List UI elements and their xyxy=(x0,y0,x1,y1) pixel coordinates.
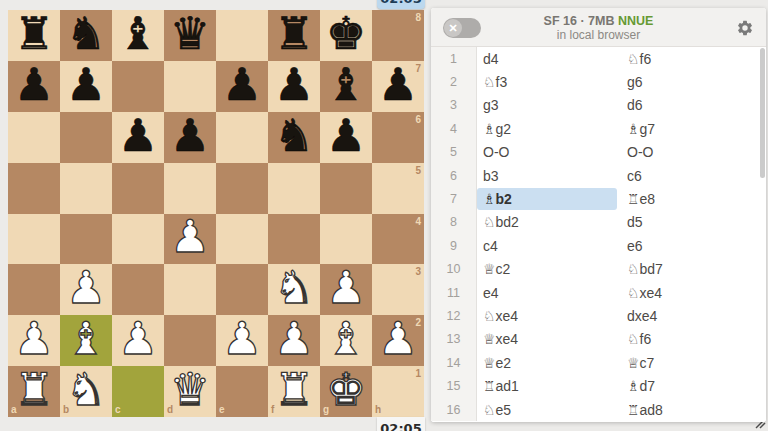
square-f4[interactable] xyxy=(268,214,320,265)
move-white-8[interactable]: ♘bd2 xyxy=(477,211,617,234)
black-pawn: ♟ xyxy=(222,62,262,107)
square-c1[interactable]: c xyxy=(112,366,164,417)
clock-white: 02:05 xyxy=(377,417,425,431)
move-black-13[interactable]: ♘f6 xyxy=(617,328,766,351)
white-pawn: ♟ xyxy=(326,265,366,310)
black-rook: ♜ xyxy=(274,11,314,56)
move-number: 9 xyxy=(431,234,477,257)
square-c3[interactable] xyxy=(112,264,164,315)
square-e3[interactable] xyxy=(216,264,268,315)
move-white-3[interactable]: g3 xyxy=(477,94,617,117)
move-row-8: 8♘bd2d5 xyxy=(431,211,766,234)
move-black-6[interactable]: c6 xyxy=(617,164,766,187)
file-label-e: e xyxy=(219,405,225,415)
rank-label-7: 7 xyxy=(415,64,421,74)
file-label-d: d xyxy=(167,405,173,415)
square-a1[interactable]: ♜a xyxy=(8,366,60,417)
move-black-2[interactable]: g6 xyxy=(617,70,766,93)
black-pawn: ♟ xyxy=(326,113,366,158)
white-pawn: ♟ xyxy=(170,214,210,259)
rank-label-5: 5 xyxy=(415,166,421,176)
move-black-8[interactable]: d5 xyxy=(617,211,766,234)
white-rook: ♜ xyxy=(14,367,54,412)
black-pawn: ♟ xyxy=(14,62,54,107)
square-g1[interactable]: ♚g xyxy=(320,366,372,417)
square-a2[interactable]: ♟ xyxy=(8,315,60,366)
move-row-1: 1d4♘f6 xyxy=(431,47,766,70)
black-knight: ♞ xyxy=(66,11,106,56)
file-label-b: b xyxy=(63,405,69,415)
move-number: 15 xyxy=(431,374,477,397)
square-b1[interactable]: ♞b xyxy=(60,366,112,417)
move-number: 5 xyxy=(431,141,477,164)
white-knight: ♞ xyxy=(66,367,106,412)
file-label-a: a xyxy=(11,405,17,415)
move-row-3: 3g3d6 xyxy=(431,94,766,117)
move-white-15[interactable]: ♖ad1 xyxy=(477,374,617,397)
square-d2[interactable] xyxy=(164,315,216,366)
move-number: 7 xyxy=(431,187,477,210)
analysis-panel: ✕ SF 16 · 7MB NNUE in local browser 1d4♘… xyxy=(431,8,766,422)
black-pawn: ♟ xyxy=(118,113,158,158)
move-white-10[interactable]: ♕c2 xyxy=(477,258,617,281)
settings-gear-icon[interactable] xyxy=(736,19,754,37)
square-c8[interactable]: ♝ xyxy=(112,10,164,61)
square-g6[interactable]: ♟ xyxy=(320,112,372,163)
white-pawn: ♟ xyxy=(274,316,314,361)
move-row-11: 11e4♘xe4 xyxy=(431,281,766,304)
square-d3[interactable] xyxy=(164,264,216,315)
move-number: 14 xyxy=(431,351,477,374)
square-c5[interactable] xyxy=(112,163,164,214)
square-f6[interactable]: ♞ xyxy=(268,112,320,163)
move-row-7: 7♗b2♖e8 xyxy=(431,187,766,210)
square-e6[interactable] xyxy=(216,112,268,163)
move-number: 11 xyxy=(431,281,477,304)
square-b4[interactable] xyxy=(60,214,112,265)
move-black-14[interactable]: ♕c7 xyxy=(617,351,766,374)
black-pawn: ♟ xyxy=(170,113,210,158)
square-g3[interactable]: ♟ xyxy=(320,264,372,315)
square-d8[interactable]: ♛ xyxy=(164,10,216,61)
move-white-12[interactable]: ♘xe4 xyxy=(477,304,617,327)
move-black-12[interactable]: dxe4 xyxy=(617,304,766,327)
nnue-badge: NNUE xyxy=(618,14,653,28)
file-label-c: c xyxy=(115,405,121,415)
move-white-16[interactable]: ♘e5 xyxy=(477,398,617,421)
white-knight: ♞ xyxy=(274,265,314,310)
square-c2[interactable]: ♟ xyxy=(112,315,164,366)
square-d6[interactable]: ♟ xyxy=(164,112,216,163)
move-number: 6 xyxy=(431,164,477,187)
square-e8[interactable] xyxy=(216,10,268,61)
move-number: 3 xyxy=(431,94,477,117)
move-number: 10 xyxy=(431,258,477,281)
move-row-12: 12♘xe4dxe4 xyxy=(431,304,766,327)
move-white-6[interactable]: b3 xyxy=(477,164,617,187)
rank-label-3: 3 xyxy=(415,267,421,277)
move-black-16[interactable]: ♖ad8 xyxy=(617,398,766,421)
file-label-h: h xyxy=(375,405,381,415)
square-c6[interactable]: ♟ xyxy=(112,112,164,163)
square-h8[interactable]: 8 xyxy=(372,10,424,61)
move-number: 8 xyxy=(431,211,477,234)
square-h6[interactable]: 6 xyxy=(372,112,424,163)
engine-header: ✕ SF 16 · 7MB NNUE in local browser xyxy=(431,8,766,47)
square-g7[interactable]: ♝ xyxy=(320,61,372,112)
move-row-6: 6b3c6 xyxy=(431,164,766,187)
square-c4[interactable] xyxy=(112,214,164,265)
black-bishop: ♝ xyxy=(326,62,366,107)
black-pawn: ♟ xyxy=(274,62,314,107)
white-bishop: ♝ xyxy=(326,316,366,361)
rank-label-1: 1 xyxy=(415,369,421,379)
move-black-1[interactable]: ♘f6 xyxy=(617,47,766,70)
close-icon: ✕ xyxy=(444,19,462,37)
move-black-11[interactable]: ♘xe4 xyxy=(617,281,766,304)
engine-toggle[interactable]: ✕ xyxy=(443,18,481,38)
move-black-5[interactable]: O-O xyxy=(617,141,766,164)
move-number: 2 xyxy=(431,70,477,93)
engine-location: in local browser xyxy=(431,28,766,42)
move-black-7[interactable]: ♖e8 xyxy=(617,187,766,210)
black-bishop: ♝ xyxy=(118,11,158,56)
rank-label-4: 4 xyxy=(415,217,421,227)
move-list: 1d4♘f62♘f3g63g3d64♗g2♗g75O-OO-O6b3c67♗b2… xyxy=(431,47,766,422)
move-number: 4 xyxy=(431,117,477,140)
move-white-7[interactable]: ♗b2 xyxy=(477,188,617,209)
square-d5[interactable] xyxy=(164,163,216,214)
square-g4[interactable] xyxy=(320,214,372,265)
move-white-9[interactable]: c4 xyxy=(477,234,617,257)
square-b7[interactable]: ♟ xyxy=(60,61,112,112)
move-row-2: 2♘f3g6 xyxy=(431,70,766,93)
square-d1[interactable]: ♛d xyxy=(164,366,216,417)
move-row-4: 4♗g2♗g7 xyxy=(431,117,766,140)
black-pawn: ♟ xyxy=(378,62,418,107)
move-row-5: 5O-OO-O xyxy=(431,141,766,164)
move-white-2[interactable]: ♘f3 xyxy=(477,70,617,93)
move-black-4[interactable]: ♗g7 xyxy=(617,117,766,140)
black-knight: ♞ xyxy=(274,113,314,158)
square-b6[interactable] xyxy=(60,112,112,163)
square-a7[interactable]: ♟ xyxy=(8,61,60,112)
square-f5[interactable] xyxy=(268,163,320,214)
rank-label-8: 8 xyxy=(415,13,421,23)
white-king: ♚ xyxy=(326,367,366,412)
move-white-11[interactable]: e4 xyxy=(477,281,617,304)
black-pawn: ♟ xyxy=(66,62,106,107)
white-pawn: ♟ xyxy=(378,316,418,361)
file-label-g: g xyxy=(323,405,329,415)
move-row-16: 16♘e5♖ad8 xyxy=(431,398,766,421)
file-label-f: f xyxy=(271,405,274,415)
square-d4[interactable]: ♟ xyxy=(164,214,216,265)
white-pawn: ♟ xyxy=(14,316,54,361)
square-e4[interactable] xyxy=(216,214,268,265)
black-king: ♚ xyxy=(326,11,366,56)
square-f1[interactable]: ♜f xyxy=(268,366,320,417)
chess-board: ♜♞♝♛♜♚8♟♟♟♟♝♟7♟♟♞♟65♟4♟♞♟3♟♝♟♟♟♝♟2♜a♞bc♛… xyxy=(8,10,424,417)
square-g8[interactable]: ♚ xyxy=(320,10,372,61)
white-pawn: ♟ xyxy=(66,265,106,310)
move-number: 16 xyxy=(431,398,477,421)
square-e2[interactable]: ♟ xyxy=(216,315,268,366)
square-h7[interactable]: ♟7 xyxy=(372,61,424,112)
square-h1[interactable]: h1 xyxy=(372,366,424,417)
square-h5[interactable]: 5 xyxy=(372,163,424,214)
square-a4[interactable] xyxy=(8,214,60,265)
square-a3[interactable] xyxy=(8,264,60,315)
black-rook: ♜ xyxy=(14,11,54,56)
move-white-4[interactable]: ♗g2 xyxy=(477,117,617,140)
white-pawn: ♟ xyxy=(222,316,262,361)
square-c7[interactable] xyxy=(112,61,164,112)
square-h3[interactable]: 3 xyxy=(372,264,424,315)
move-number: 12 xyxy=(431,304,477,327)
move-black-10[interactable]: ♘bd7 xyxy=(617,258,766,281)
move-black-9[interactable]: e6 xyxy=(617,234,766,257)
square-b8[interactable]: ♞ xyxy=(60,10,112,61)
square-a8[interactable]: ♜ xyxy=(8,10,60,61)
move-number: 13 xyxy=(431,328,477,351)
square-b2[interactable]: ♝ xyxy=(60,315,112,366)
square-g5[interactable] xyxy=(320,163,372,214)
scrollbar-thumb[interactable] xyxy=(760,48,765,178)
move-row-9: 9c4e6 xyxy=(431,234,766,257)
square-a5[interactable] xyxy=(8,163,60,214)
white-pawn: ♟ xyxy=(118,316,158,361)
move-white-5[interactable]: O-O xyxy=(477,141,617,164)
move-row-14: 14♕e2♕c7 xyxy=(431,351,766,374)
move-row-10: 10♕c2♘bd7 xyxy=(431,258,766,281)
clock-black: 02:05 xyxy=(377,0,425,9)
square-d7[interactable] xyxy=(164,61,216,112)
square-e7[interactable]: ♟ xyxy=(216,61,268,112)
rank-label-2: 2 xyxy=(415,318,421,328)
rank-label-6: 6 xyxy=(415,115,421,125)
move-row-13: 13♕xe4♘f6 xyxy=(431,328,766,351)
move-white-13[interactable]: ♕xe4 xyxy=(477,328,617,351)
move-white-1[interactable]: d4 xyxy=(477,47,617,70)
move-black-3[interactable]: d6 xyxy=(617,94,766,117)
move-black-15[interactable]: ♗d7 xyxy=(617,374,766,397)
square-f7[interactable]: ♟ xyxy=(268,61,320,112)
square-e5[interactable] xyxy=(216,163,268,214)
square-h2[interactable]: ♟2 xyxy=(372,315,424,366)
square-b5[interactable] xyxy=(60,163,112,214)
engine-name: SF 16 · 7MB xyxy=(544,14,615,28)
white-rook: ♜ xyxy=(274,367,314,412)
white-bishop: ♝ xyxy=(66,316,106,361)
move-number: 1 xyxy=(431,47,477,70)
square-f8[interactable]: ♜ xyxy=(268,10,320,61)
square-g2[interactable]: ♝ xyxy=(320,315,372,366)
black-queen: ♛ xyxy=(170,11,210,56)
square-e1[interactable]: e xyxy=(216,366,268,417)
square-h4[interactable]: 4 xyxy=(372,214,424,265)
square-f2[interactable]: ♟ xyxy=(268,315,320,366)
engine-info: SF 16 · 7MB NNUE in local browser xyxy=(431,13,766,42)
white-queen: ♛ xyxy=(170,367,210,412)
move-white-14[interactable]: ♕e2 xyxy=(477,351,617,374)
square-a6[interactable] xyxy=(8,112,60,163)
square-b3[interactable]: ♟ xyxy=(60,264,112,315)
move-row-15: 15♖ad1♗d7 xyxy=(431,374,766,397)
square-f3[interactable]: ♞ xyxy=(268,264,320,315)
